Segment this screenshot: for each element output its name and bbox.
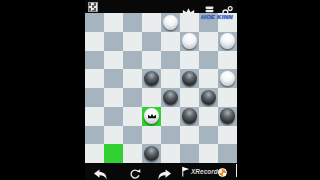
board-cell[interactable] xyxy=(85,107,104,126)
board-cell[interactable] xyxy=(161,144,180,163)
board-cell[interactable] xyxy=(104,32,123,51)
redo-icon[interactable] xyxy=(157,166,172,180)
white-king[interactable] xyxy=(144,108,160,124)
board-cell[interactable] xyxy=(85,144,104,163)
flag-icon xyxy=(181,166,190,177)
board-cell[interactable] xyxy=(142,88,161,107)
board-cell[interactable] xyxy=(199,51,218,70)
board-cell[interactable] xyxy=(199,126,218,145)
board-cell[interactable] xyxy=(199,32,218,51)
board-cell[interactable] xyxy=(218,144,237,163)
board-cell[interactable] xyxy=(180,51,199,70)
board-cell[interactable] xyxy=(218,107,237,126)
board-cell[interactable] xyxy=(123,32,142,51)
board-cell[interactable] xyxy=(161,51,180,70)
board-cell[interactable] xyxy=(123,51,142,70)
board-cell[interactable] xyxy=(180,107,199,126)
undo-icon[interactable] xyxy=(93,166,108,180)
board-cell[interactable] xyxy=(161,126,180,145)
restart-icon[interactable] xyxy=(128,166,141,180)
board-cell[interactable] xyxy=(142,32,161,51)
board-cell[interactable] xyxy=(123,69,142,88)
black-man[interactable] xyxy=(144,71,160,87)
board-cell[interactable] xyxy=(104,13,123,32)
board-cell[interactable] xyxy=(85,69,104,88)
checkerboard-app-icon[interactable] xyxy=(88,2,98,12)
board-cell[interactable] xyxy=(123,144,142,163)
board-cell[interactable] xyxy=(180,126,199,145)
board-cell[interactable] xyxy=(85,32,104,51)
black-man[interactable] xyxy=(201,90,217,106)
recorder-logo-icon xyxy=(218,168,227,177)
board-cell[interactable] xyxy=(85,126,104,145)
top-bar xyxy=(85,0,237,13)
board-cell[interactable] xyxy=(142,107,161,126)
board-cell[interactable] xyxy=(161,13,180,32)
black-man[interactable] xyxy=(220,108,236,124)
board-cell[interactable] xyxy=(180,88,199,107)
white-man[interactable] xyxy=(220,71,236,87)
white-man[interactable] xyxy=(220,33,236,49)
watermark-edge-line xyxy=(236,164,237,177)
board-cell[interactable] xyxy=(85,13,104,32)
board-cell[interactable] xyxy=(161,107,180,126)
board-cell[interactable] xyxy=(199,107,218,126)
screen-recorder-watermark: XRecorder xyxy=(181,166,227,177)
board-cell[interactable] xyxy=(199,69,218,88)
board xyxy=(85,13,237,163)
board-cell[interactable] xyxy=(180,13,199,32)
board-cell[interactable] xyxy=(123,107,142,126)
board-cell[interactable] xyxy=(104,88,123,107)
board-cell[interactable] xyxy=(161,88,180,107)
board-cell[interactable] xyxy=(142,126,161,145)
board-cell[interactable] xyxy=(123,13,142,32)
board-cell[interactable] xyxy=(123,88,142,107)
bottom-bar: XRecorder xyxy=(85,163,237,180)
board-cell[interactable] xyxy=(199,144,218,163)
board-cell[interactable] xyxy=(123,126,142,145)
board-cell[interactable] xyxy=(142,144,161,163)
board-cell[interactable] xyxy=(180,32,199,51)
board-label: HOE KINN xyxy=(201,14,233,20)
white-man[interactable] xyxy=(182,33,198,49)
board-cell[interactable] xyxy=(218,51,237,70)
board-cell[interactable] xyxy=(199,88,218,107)
board-cell[interactable] xyxy=(161,69,180,88)
board-cell[interactable] xyxy=(142,51,161,70)
board-cell[interactable] xyxy=(218,69,237,88)
app-screen: HOE KINN xyxy=(85,0,237,180)
board-cell[interactable] xyxy=(218,32,237,51)
board-cell[interactable] xyxy=(180,144,199,163)
black-man[interactable] xyxy=(144,146,160,162)
board-cell[interactable] xyxy=(161,32,180,51)
black-man[interactable] xyxy=(163,90,179,106)
board-cell[interactable] xyxy=(104,69,123,88)
board-cell[interactable] xyxy=(142,69,161,88)
board-cell[interactable] xyxy=(104,144,123,163)
board-cell[interactable] xyxy=(218,126,237,145)
black-man[interactable] xyxy=(182,108,198,124)
white-man[interactable] xyxy=(163,15,179,31)
recording-canvas: HOE KINN xyxy=(0,0,320,180)
board-cell[interactable] xyxy=(85,88,104,107)
board-cell[interactable] xyxy=(104,107,123,126)
board-cell[interactable] xyxy=(104,126,123,145)
board-cell[interactable] xyxy=(85,51,104,70)
board-cell[interactable] xyxy=(218,88,237,107)
black-man[interactable] xyxy=(182,71,198,87)
board-cell[interactable] xyxy=(142,13,161,32)
board-cell[interactable] xyxy=(180,69,199,88)
board-cell[interactable] xyxy=(104,51,123,70)
